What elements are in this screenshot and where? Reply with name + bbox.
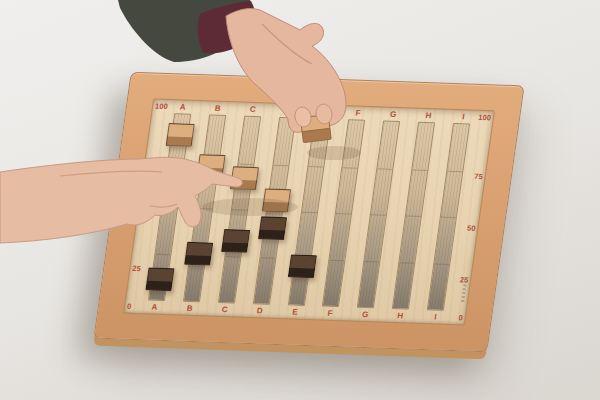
track-tickline [197,208,212,210]
track-tickline [301,212,316,214]
bottom-left-0-label: 0 [126,300,132,313]
track-tickline [155,253,170,255]
bottom-letter-F: F [322,307,339,320]
track-tickline [365,260,380,262]
dark-cube-E[interactable] [287,254,316,278]
track-tickline [371,214,386,216]
top-letter-D: D [280,104,297,117]
track-A[interactable] [148,113,191,301]
left-tick-50: 50 [139,212,160,222]
dark-cube-C[interactable] [221,230,250,254]
track-tickline [399,262,414,264]
bottom-letter-G: G [357,308,374,321]
top-letter-I: I [455,110,472,123]
track-tickline [434,263,449,265]
track-F[interactable] [322,119,365,307]
bottom-letter-D: D [251,304,268,317]
track-tickline [162,207,177,209]
top-letter-A: A [174,100,191,113]
bottom-letter-B: B [181,302,198,315]
left-tick-75: 75 [146,160,167,170]
right-arm-cuff [198,1,256,53]
track-tickline [232,209,247,211]
light-cube-D[interactable] [262,188,291,212]
track-tickline [412,169,427,171]
track-tickline [406,215,421,217]
light-cube-B[interactable] [196,154,225,178]
track-tickline [330,259,345,261]
right-tick-75: 75 [462,171,483,181]
bottom-letter-A: A [146,300,163,313]
track-tickline [225,256,240,258]
bottom-letter-C: C [216,303,233,316]
track-tickline [378,168,393,170]
right-tick-50: 50 [455,223,476,233]
top-letter-G: G [385,108,402,121]
bottom-letter-I: I [427,310,444,323]
track-G[interactable] [357,121,400,309]
photo-background: 100 ABCDEFGHI 100 755025 755025 0 ABCDEF… [0,0,600,400]
top-letter-F: F [350,106,367,119]
track-tickline [308,165,323,167]
track-tickline [441,217,456,219]
track-tickline [260,257,275,259]
track-tickline [238,163,253,165]
right-hand-crease [262,24,312,64]
track-C[interactable] [218,116,261,304]
track-tickline [336,213,351,215]
top-letter-B: B [209,102,226,115]
dark-cube-D[interactable] [258,216,287,240]
track-E[interactable] [287,118,330,306]
game-board: 100 ABCDEFGHI 100 755025 755025 0 ABCDEF… [93,72,524,353]
bottom-letter-E: E [287,305,304,318]
dark-cube-B[interactable] [184,241,213,265]
board-field: 100 ABCDEFGHI 100 755025 755025 0 ABCDEF… [123,98,495,325]
light-cube-C[interactable] [230,167,259,191]
light-cube-A[interactable] [166,123,195,147]
top-left-100-label: 100 [154,100,168,113]
track-tickline [447,170,462,172]
right-arm-sleeve [118,0,252,62]
slot-area [148,113,470,309]
top-letter-C: C [244,103,261,116]
track-tickline [168,161,183,163]
track-tickline [343,167,358,169]
bottom-right-0-label: 0 [458,311,464,324]
top-letter-H: H [420,109,437,122]
left-tick-25: 25 [132,264,153,274]
top-right-100-label: 100 [478,111,492,124]
track-H[interactable] [392,122,435,310]
top-letter-E: E [315,105,332,118]
track-tickline [273,164,288,166]
bottom-letter-H: H [392,309,409,322]
